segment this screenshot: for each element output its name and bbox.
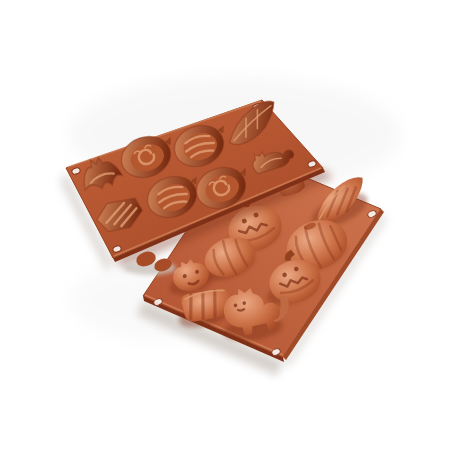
product-photo: [0, 0, 458, 458]
scene-canvas: [0, 0, 458, 458]
